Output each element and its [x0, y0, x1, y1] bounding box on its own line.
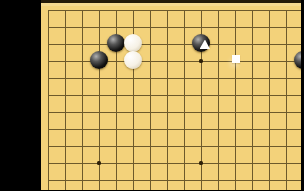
stone-black-K17	[193, 36, 210, 53]
stone-white-F17	[125, 36, 142, 53]
board-top-highlight	[41, 3, 301, 6]
stone-black-D16	[91, 53, 108, 70]
white-stone	[124, 34, 142, 52]
black-stone	[107, 34, 125, 52]
square-marker-M16	[227, 53, 244, 70]
black-stone	[192, 34, 210, 52]
square-marker	[232, 55, 240, 63]
board-grid	[41, 2, 301, 191]
white-stone	[124, 51, 142, 69]
letterbox-left	[0, 0, 41, 190]
star-point-dot	[199, 161, 202, 164]
stone-black-E17	[108, 36, 125, 53]
letterbox-right	[301, 0, 304, 190]
black-stone	[90, 51, 108, 69]
stone-white-F16	[125, 53, 142, 70]
star-point	[193, 53, 210, 70]
star-point	[193, 155, 210, 172]
go-board[interactable]	[41, 0, 301, 190]
video-frame	[0, 0, 304, 190]
star-point-dot	[199, 59, 202, 62]
star-point	[91, 155, 108, 172]
black-stone	[294, 51, 301, 69]
star-point-dot	[97, 161, 100, 164]
triangle-last-move-marker	[200, 40, 211, 50]
